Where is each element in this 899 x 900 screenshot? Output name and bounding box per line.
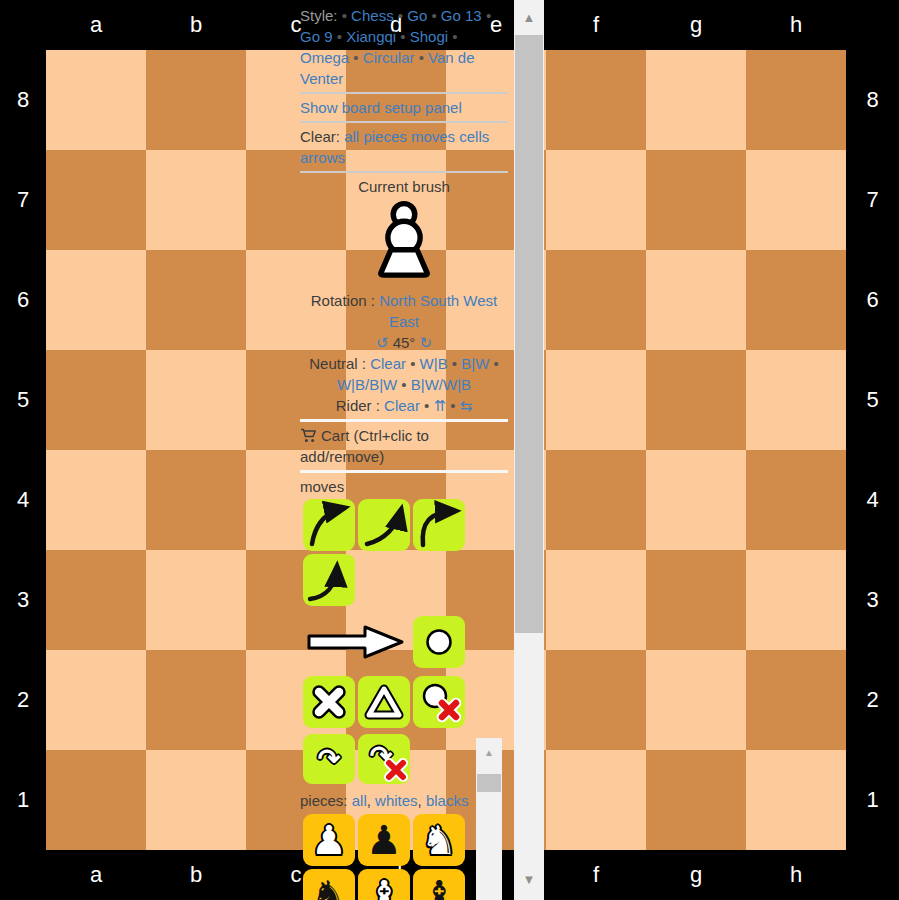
neutral-clear-link[interactable]: Clear	[370, 355, 419, 372]
pieces-scrollbar-thumb[interactable]	[477, 774, 501, 792]
rotate-45-row: ↺ 45° ↻	[300, 332, 508, 353]
knight-hook-arrow-icon: ↷	[318, 749, 341, 770]
neutral-wb-link[interactable]: W|B	[420, 355, 462, 372]
cart-header: Cart (Ctrl+clic to add/remove)	[300, 425, 508, 467]
rank-label: 4	[846, 487, 899, 513]
style-option-circular[interactable]: Circular	[363, 49, 428, 66]
white-knight-brush[interactable]: ♞	[413, 814, 465, 866]
divider	[300, 121, 508, 123]
divider	[300, 470, 508, 473]
rotation-south-link[interactable]: South	[420, 292, 459, 309]
rider-exchange-icon[interactable]: ⇆	[460, 397, 473, 414]
rank-label: 1	[0, 787, 46, 813]
straight-arrow-brush[interactable]	[305, 622, 408, 662]
rank-label: 4	[0, 487, 46, 513]
clear-label: Clear:	[300, 128, 340, 145]
rider-label: Rider :	[336, 397, 380, 414]
white-pawn-brush[interactable]: ♟	[303, 814, 355, 866]
rotation-east-link[interactable]: East	[389, 313, 419, 330]
app-window: a b c d e f g h a b c d e f g h 8 7 6 5 …	[0, 0, 899, 900]
rotation-row: Rotation : North South West East	[300, 290, 508, 332]
circle-delete-brush[interactable]	[413, 676, 465, 728]
delete-badge-icon	[382, 756, 410, 784]
file-label: g	[646, 862, 746, 888]
white-bishop-brush[interactable]: ♝	[358, 869, 410, 900]
neutral-label: Neutral :	[309, 355, 366, 372]
panel-scrollbar-thumb[interactable]	[515, 35, 543, 633]
black-bishop-brush[interactable]: ♝	[413, 869, 465, 900]
neutral-wbbw-link[interactable]: W|B/B|W	[337, 376, 411, 393]
current-brush-preview	[300, 199, 508, 284]
rank-label: 6	[0, 287, 46, 313]
style-label: Style:	[300, 7, 338, 24]
style-option-go13[interactable]: Go 13	[441, 7, 491, 24]
clear-all-link[interactable]: all	[344, 128, 359, 145]
clear-options-row: Clear: all pieces moves cells arrows	[300, 126, 508, 168]
rotate-ccw-icon[interactable]: ↺	[376, 334, 389, 351]
rider-parallel-icon[interactable]: ⇈	[434, 397, 460, 414]
move-brush-curve-east[interactable]	[413, 499, 465, 551]
style-option-shogi[interactable]: Shogi	[410, 28, 458, 45]
scroll-down-icon[interactable]: ▼	[514, 864, 544, 896]
pieces-all-link[interactable]: all	[352, 792, 375, 809]
rotate-cw-icon[interactable]: ↻	[420, 334, 433, 351]
file-label: b	[146, 12, 246, 38]
cart-label: Cart (Ctrl+clic to add/remove)	[300, 427, 429, 465]
rotation-west-link[interactable]: West	[463, 292, 497, 309]
style-option-chess[interactable]: Chess	[351, 7, 407, 24]
style-options-row: Style: Chess Go Go 13 Go 9 Xiangqi Shogi…	[300, 5, 508, 89]
file-label: h	[746, 862, 846, 888]
move-brush-curve-north[interactable]	[303, 554, 355, 606]
black-knight-icon: ♞	[311, 869, 347, 900]
move-brush-row-3	[305, 616, 508, 668]
editor-tool-panel: Style: Chess Go Go 13 Go 9 Xiangqi Shogi…	[300, 0, 508, 900]
rank-label: 8	[846, 87, 899, 113]
style-option-go9[interactable]: Go 9	[300, 28, 346, 45]
black-bishop-icon: ♝	[421, 869, 457, 900]
rank-label: 5	[846, 387, 899, 413]
clear-arrows-link[interactable]: arrows	[300, 149, 345, 166]
file-label: f	[546, 12, 646, 38]
file-label: h	[746, 12, 846, 38]
neutral-bwwb-link[interactable]: B|W/W|B	[411, 376, 471, 393]
white-pawn-icon	[365, 199, 443, 279]
style-option-xiangqi[interactable]: Xiangqi	[346, 28, 410, 45]
move-brush-curve-ne-convex[interactable]	[358, 499, 410, 551]
pieces-label: pieces:	[300, 792, 348, 809]
file-label: a	[46, 12, 146, 38]
divider	[300, 171, 508, 173]
moves-section-label: moves	[300, 476, 508, 497]
knight-hook-brush[interactable]: ↷	[303, 734, 355, 784]
current-brush-label: Current brush	[300, 176, 508, 197]
black-knight-brush[interactable]: ♞	[303, 869, 355, 900]
rank-label: 5	[0, 387, 46, 413]
style-option-go[interactable]: Go	[407, 7, 441, 24]
rotate-angle-label: 45°	[393, 334, 416, 351]
rotation-north-link[interactable]: North	[379, 292, 416, 309]
scroll-up-icon[interactable]: ▲	[476, 741, 502, 765]
rank-labels-left: 8 7 6 5 4 3 2 1	[0, 50, 46, 850]
white-knight-icon: ♞	[421, 814, 457, 866]
circle-marker-brush[interactable]	[413, 616, 465, 668]
rank-label: 3	[846, 587, 899, 613]
move-brush-curve-ne[interactable]	[303, 499, 355, 551]
triangle-marker-brush[interactable]	[358, 676, 410, 728]
pieces-whites-link[interactable]: whites	[375, 792, 426, 809]
cross-marker-brush[interactable]	[303, 676, 355, 728]
file-label: b	[146, 862, 246, 888]
style-option-omega[interactable]: Omega	[300, 49, 363, 66]
clear-cells-link[interactable]: cells	[459, 128, 489, 145]
rank-labels-right: 8 7 6 5 4 3 2 1	[846, 50, 899, 850]
divider	[300, 419, 508, 422]
white-bishop-icon: ♝	[366, 869, 402, 900]
rank-label: 2	[0, 687, 46, 713]
rank-label: 7	[0, 187, 46, 213]
clear-pieces-link[interactable]: pieces	[363, 128, 406, 145]
rank-label: 1	[846, 787, 899, 813]
rank-label: 2	[846, 687, 899, 713]
neutral-bw-link[interactable]: B|W	[461, 355, 498, 372]
pieces-scrollbar[interactable]: ▲	[476, 738, 502, 900]
rank-label: 6	[846, 287, 899, 313]
black-pawn-brush[interactable]: ♟	[358, 814, 410, 866]
file-label: g	[646, 12, 746, 38]
panel-scrollbar[interactable]: ▲ ▼	[514, 0, 544, 900]
rider-row: Rider : Clear ⇈ ⇆	[300, 395, 508, 416]
file-label: a	[46, 862, 146, 888]
rider-clear-link[interactable]: Clear	[384, 397, 433, 414]
pieces-blacks-link[interactable]: blacks	[426, 792, 469, 809]
move-brush-row-2	[303, 554, 508, 606]
cart-icon	[300, 428, 317, 443]
clear-moves-link[interactable]: moves	[411, 128, 455, 145]
scroll-up-icon[interactable]: ▲	[514, 2, 544, 34]
black-pawn-icon: ♟	[366, 814, 402, 866]
white-pawn-icon: ♟	[311, 814, 347, 866]
neutral-row: Neutral : Clear W|B B|W W|B/B|W B|W/W|B	[300, 353, 508, 395]
move-brush-row-4	[303, 676, 508, 728]
move-brush-row-1	[303, 499, 508, 551]
rank-label: 3	[0, 587, 46, 613]
rank-label: 7	[846, 187, 899, 213]
file-label: f	[546, 862, 646, 888]
rank-label: 8	[0, 87, 46, 113]
rotation-label: Rotation :	[311, 292, 375, 309]
knight-hook-delete-brush[interactable]: ↷	[358, 734, 410, 784]
divider	[300, 92, 508, 94]
show-board-setup-link[interactable]: Show board setup panel	[300, 99, 462, 116]
